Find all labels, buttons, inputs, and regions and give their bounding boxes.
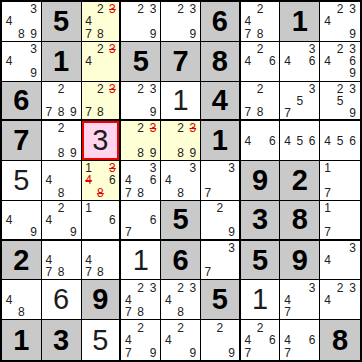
given-digit: 8 bbox=[292, 205, 308, 234]
pencil-marks: 2783 bbox=[82, 82, 120, 120]
candidate: 8 bbox=[135, 147, 147, 159]
pencil-marks: 467 bbox=[280, 320, 319, 360]
cell-r8c3[interactable]: 9 bbox=[82, 280, 122, 320]
candidate: 7 bbox=[281, 107, 293, 119]
cell-r8c6[interactable]: 5 bbox=[201, 280, 241, 320]
candidate: 4 bbox=[162, 294, 174, 306]
cell-r3c7[interactable]: 278 bbox=[241, 82, 281, 122]
cell-r6c9[interactable]: 17 bbox=[320, 201, 360, 241]
cell-r4c8[interactable]: 456 bbox=[280, 121, 320, 161]
cell-r1c9[interactable]: 2349 bbox=[320, 2, 360, 42]
candidate: 6 bbox=[306, 55, 318, 67]
cell-r8c8[interactable]: 347 bbox=[280, 280, 320, 320]
candidate: 4 bbox=[321, 135, 334, 147]
cell-r4c5[interactable]: 2893 bbox=[161, 121, 201, 161]
candidate: 2 bbox=[94, 43, 106, 55]
candidate: 3 bbox=[226, 162, 238, 174]
candidate: 4 bbox=[3, 294, 15, 306]
candidate: 3 bbox=[306, 281, 318, 293]
candidate: 9 bbox=[147, 346, 159, 359]
candidate: 7 bbox=[242, 28, 254, 40]
pencil-marks: 46 bbox=[241, 121, 280, 160]
candidate: 4 bbox=[3, 214, 15, 226]
cell-r4c3[interactable]: 3 bbox=[82, 121, 122, 161]
pencil-marks: 234 bbox=[320, 280, 360, 319]
pencil-marks: 2789 bbox=[42, 82, 81, 120]
candidate: 1 bbox=[321, 202, 334, 214]
pencil-marks: 349 bbox=[2, 42, 41, 81]
cell-r7c9[interactable]: 34 bbox=[320, 241, 360, 281]
candidate: 2 bbox=[94, 3, 106, 15]
given-digit: 9 bbox=[292, 246, 308, 275]
cell-r2c6[interactable]: 8 bbox=[201, 42, 241, 82]
candidate: 6 bbox=[306, 135, 318, 147]
candidate: 3 bbox=[187, 281, 199, 293]
candidate: 7 bbox=[122, 187, 134, 199]
cell-r3c3[interactable]: 2783 bbox=[82, 82, 122, 122]
candidate: 2 bbox=[135, 3, 147, 15]
candidate: 8 bbox=[94, 266, 106, 278]
given-digit: 3 bbox=[53, 326, 69, 355]
pencil-marks: 17 bbox=[320, 161, 360, 200]
pencil-marks: 2893 bbox=[161, 121, 200, 160]
cell-r5c7[interactable]: 9 bbox=[241, 161, 281, 201]
candidate: 7 bbox=[122, 306, 134, 318]
eliminated-candidate: 4 bbox=[83, 174, 95, 186]
solved-digit: 1 bbox=[133, 246, 149, 275]
cell-r6c6[interactable]: 29 bbox=[201, 201, 241, 241]
cell-r2c5[interactable]: 7 bbox=[161, 42, 201, 82]
candidate: 1 bbox=[321, 162, 334, 174]
candidate: 4 bbox=[3, 15, 15, 27]
cell-r7c2[interactable]: 478 bbox=[42, 241, 82, 281]
eliminated-candidate: 3 bbox=[187, 122, 199, 134]
candidate: 8 bbox=[94, 106, 106, 118]
candidate: 8 bbox=[15, 306, 27, 318]
cell-r3c9[interactable]: 2359 bbox=[320, 82, 360, 122]
candidate: 9 bbox=[67, 106, 79, 118]
candidate: 9 bbox=[187, 346, 199, 359]
given-digit: 3 bbox=[252, 205, 268, 234]
pencil-marks: 2348 bbox=[161, 280, 200, 319]
candidate: 3 bbox=[306, 83, 318, 95]
candidate: 7 bbox=[83, 266, 95, 278]
candidate: 9 bbox=[346, 28, 359, 40]
candidate: 2 bbox=[254, 43, 266, 55]
candidate: 9 bbox=[187, 147, 199, 159]
candidate: 3 bbox=[28, 3, 40, 15]
cell-r8c2[interactable]: 6 bbox=[42, 280, 82, 320]
cell-r2c9[interactable]: 23469 bbox=[320, 42, 360, 82]
candidate: 7 bbox=[202, 187, 214, 199]
candidate: 6 bbox=[266, 334, 278, 347]
candidate: 4 bbox=[242, 135, 254, 147]
given-digit: 4 bbox=[212, 86, 228, 115]
cell-r8c5[interactable]: 2348 bbox=[161, 280, 201, 320]
candidate: 2 bbox=[334, 83, 347, 95]
candidate: 9 bbox=[147, 147, 159, 159]
candidate: 6 bbox=[266, 55, 278, 67]
candidate: 4 bbox=[321, 15, 334, 27]
cell-r4c7[interactable]: 46 bbox=[241, 121, 281, 161]
candidate: 7 bbox=[202, 266, 214, 278]
candidate: 1 bbox=[83, 202, 95, 214]
pencil-marks: 289 bbox=[42, 121, 81, 160]
pencil-marks: 249 bbox=[161, 320, 200, 360]
candidate: 3 bbox=[226, 242, 238, 254]
pencil-marks: 16 bbox=[82, 201, 120, 239]
candidate: 2 bbox=[214, 321, 226, 334]
given-digit: 2 bbox=[292, 166, 308, 195]
pencil-marks: 456 bbox=[280, 121, 319, 160]
cell-r9c9[interactable]: 8 bbox=[320, 320, 360, 360]
candidate: 9 bbox=[346, 67, 359, 79]
candidate: 8 bbox=[174, 147, 186, 159]
candidate: 7 bbox=[83, 106, 95, 118]
candidate: 2 bbox=[334, 281, 347, 293]
candidate: 3 bbox=[187, 162, 199, 174]
cell-r7c3[interactable]: 478 bbox=[82, 241, 122, 281]
candidate: 8 bbox=[55, 106, 67, 118]
candidate: 4 bbox=[281, 334, 293, 347]
given-digit: 6 bbox=[13, 86, 29, 115]
given-digit: 6 bbox=[172, 246, 188, 275]
candidate: 7 bbox=[122, 226, 134, 238]
pencil-marks: 478 bbox=[42, 241, 81, 280]
given-digit: 5 bbox=[172, 205, 188, 234]
cell-r9c6[interactable]: 29 bbox=[201, 320, 241, 360]
candidate: 9 bbox=[67, 226, 79, 238]
candidate: 2 bbox=[135, 83, 147, 95]
cell-r2c7[interactable]: 246 bbox=[241, 42, 281, 82]
candidate: 4 bbox=[321, 55, 334, 67]
cell-r2c4[interactable]: 5 bbox=[121, 42, 161, 82]
eliminated-candidate: 8 bbox=[94, 187, 106, 199]
cell-r5c3[interactable]: 16348 bbox=[82, 161, 122, 201]
cell-r1c2[interactable]: 5 bbox=[42, 2, 82, 42]
cell-r5c9[interactable]: 17 bbox=[320, 161, 360, 201]
cell-r4c9[interactable]: 456 bbox=[320, 121, 360, 161]
candidate: 4 bbox=[281, 55, 293, 67]
candidate: 3 bbox=[187, 3, 199, 15]
solved-digit: 5 bbox=[92, 326, 108, 355]
candidate: 3 bbox=[346, 83, 359, 95]
cell-r8c9[interactable]: 234 bbox=[320, 280, 360, 320]
candidate: 4 bbox=[242, 15, 254, 27]
candidate: 4 bbox=[162, 334, 174, 347]
candidate: 2 bbox=[174, 122, 186, 134]
candidate: 9 bbox=[147, 28, 159, 40]
pencil-marks: 24783 bbox=[82, 2, 120, 41]
pencil-marks: 239 bbox=[121, 82, 160, 120]
candidate: 4 bbox=[281, 135, 293, 147]
pencil-marks: 49 bbox=[2, 201, 41, 239]
candidate: 6 bbox=[106, 174, 118, 186]
cell-r8c1[interactable]: 48 bbox=[2, 280, 42, 320]
candidate: 3 bbox=[346, 3, 359, 15]
cell-r3c4[interactable]: 239 bbox=[121, 82, 161, 122]
cell-r4c2[interactable]: 289 bbox=[42, 121, 82, 161]
given-digit: 9 bbox=[92, 285, 108, 314]
cell-r2c2[interactable]: 1 bbox=[42, 42, 82, 82]
given-digit: 7 bbox=[172, 47, 188, 76]
cell-r9c4[interactable]: 2479 bbox=[121, 320, 161, 360]
pencil-marks: 37 bbox=[201, 241, 239, 280]
cell-r8c4[interactable]: 23478 bbox=[121, 280, 161, 320]
candidate: 4 bbox=[43, 214, 55, 226]
given-digit: 5 bbox=[133, 47, 149, 76]
candidate: 7 bbox=[83, 28, 95, 40]
solved-digit: 1 bbox=[252, 285, 268, 314]
cell-r3c2[interactable]: 2789 bbox=[42, 82, 82, 122]
given-digit: 5 bbox=[212, 285, 228, 314]
pencil-marks: 2478 bbox=[241, 2, 280, 41]
candidate: 8 bbox=[55, 187, 67, 199]
candidate: 9 bbox=[28, 28, 40, 40]
candidate: 7 bbox=[281, 346, 293, 359]
cell-r6c8[interactable]: 8 bbox=[280, 201, 320, 241]
cell-r9c3[interactable]: 5 bbox=[82, 320, 122, 360]
cell-r1c7[interactable]: 2478 bbox=[241, 2, 281, 42]
candidate: 9 bbox=[226, 346, 238, 359]
candidate: 6 bbox=[106, 214, 118, 226]
cell-r5c2[interactable]: 48 bbox=[42, 161, 82, 201]
candidate: 8 bbox=[135, 187, 147, 199]
candidate: 9 bbox=[147, 106, 159, 118]
cell-r1c3[interactable]: 24783 bbox=[82, 2, 122, 42]
candidate: 2 bbox=[94, 83, 106, 95]
solved-digit: 6 bbox=[53, 285, 69, 314]
candidate: 3 bbox=[28, 43, 40, 55]
pencil-marks: 2349 bbox=[320, 2, 360, 41]
pencil-marks: 346 bbox=[280, 42, 319, 81]
cell-r9c8[interactable]: 467 bbox=[280, 320, 320, 360]
cell-r6c3[interactable]: 16 bbox=[82, 201, 122, 241]
cell-r1c5[interactable]: 239 bbox=[161, 2, 201, 42]
cell-r5c8[interactable]: 2 bbox=[280, 161, 320, 201]
candidate: 4 bbox=[43, 174, 55, 186]
pencil-marks: 2359 bbox=[320, 82, 360, 120]
cell-r5c1[interactable]: 5 bbox=[2, 161, 42, 201]
candidate: 8 bbox=[15, 28, 27, 40]
candidate: 9 bbox=[187, 28, 199, 40]
given-digit: 7 bbox=[13, 126, 29, 155]
pencil-marks: 348 bbox=[161, 161, 200, 200]
cell-r2c1[interactable]: 349 bbox=[2, 42, 42, 82]
candidate: 8 bbox=[135, 306, 147, 318]
candidate: 5 bbox=[334, 135, 347, 147]
pencil-marks: 249 bbox=[42, 201, 81, 239]
cell-r3c1[interactable]: 6 bbox=[2, 82, 42, 122]
candidate: 4 bbox=[83, 15, 95, 27]
pencil-marks: 239 bbox=[121, 2, 160, 41]
candidate: 2 bbox=[254, 3, 266, 15]
cell-r4c1[interactable]: 7 bbox=[2, 121, 42, 161]
candidate: 2 bbox=[55, 202, 67, 214]
pencil-marks: 23478 bbox=[121, 280, 160, 319]
cell-r7c7[interactable]: 5 bbox=[241, 241, 281, 281]
given-digit: 1 bbox=[212, 126, 228, 155]
eliminated-candidate: 3 bbox=[106, 162, 118, 174]
cell-r6c7[interactable]: 3 bbox=[241, 201, 281, 241]
candidate: 5 bbox=[294, 95, 306, 107]
candidate: 2 bbox=[174, 321, 186, 334]
pencil-marks: 347 bbox=[280, 280, 319, 319]
pencil-marks: 17 bbox=[320, 201, 360, 239]
candidate: 4 bbox=[122, 334, 134, 347]
candidate: 6 bbox=[147, 174, 159, 186]
candidate: 8 bbox=[174, 187, 186, 199]
eliminated-candidate: 3 bbox=[106, 83, 118, 95]
cell-r6c4[interactable]: 67 bbox=[121, 201, 161, 241]
pencil-marks: 48 bbox=[42, 161, 81, 200]
given-digit: 5 bbox=[53, 7, 69, 36]
candidate: 2 bbox=[55, 83, 67, 95]
candidate: 6 bbox=[346, 135, 359, 147]
solved-digit: 5 bbox=[13, 166, 29, 195]
candidate: 4 bbox=[3, 55, 15, 67]
cell-r5c4[interactable]: 34678 bbox=[121, 161, 161, 201]
solved-digit: 3 bbox=[92, 126, 108, 155]
pencil-marks: 2893 bbox=[121, 121, 160, 160]
cell-r5c5[interactable]: 348 bbox=[161, 161, 201, 201]
cell-r7c5[interactable]: 6 bbox=[161, 241, 201, 281]
pencil-marks: 278 bbox=[241, 82, 280, 120]
candidate: 2 bbox=[135, 122, 147, 134]
cell-r3c6[interactable]: 4 bbox=[201, 82, 241, 122]
candidate: 6 bbox=[266, 135, 278, 147]
candidate: 2 bbox=[174, 281, 186, 293]
candidate: 9 bbox=[28, 226, 40, 238]
cell-r7c8[interactable]: 9 bbox=[280, 241, 320, 281]
pencil-marks: 23469 bbox=[320, 42, 360, 81]
candidate: 6 bbox=[147, 214, 159, 226]
given-digit: 8 bbox=[212, 47, 228, 76]
candidate: 3 bbox=[147, 83, 159, 95]
eliminated-candidate: 3 bbox=[106, 43, 118, 55]
pencil-marks: 3489 bbox=[2, 2, 41, 41]
pencil-marks: 37 bbox=[201, 161, 239, 200]
cell-r1c6[interactable]: 6 bbox=[201, 2, 241, 42]
candidate: 9 bbox=[346, 107, 359, 119]
candidate: 7 bbox=[321, 187, 334, 199]
cell-r6c2[interactable]: 249 bbox=[42, 201, 82, 241]
cell-r9c2[interactable]: 3 bbox=[42, 320, 82, 360]
candidate: 9 bbox=[67, 147, 79, 159]
candidate: 7 bbox=[321, 226, 334, 238]
pencil-marks: 48 bbox=[2, 280, 41, 319]
given-digit: 1 bbox=[53, 47, 69, 76]
candidate: 2 bbox=[254, 321, 266, 334]
cell-r2c3[interactable]: 243 bbox=[82, 42, 122, 82]
pencil-marks: 34678 bbox=[121, 161, 160, 200]
given-digit: 2 bbox=[13, 246, 29, 275]
cell-r1c1[interactable]: 3489 bbox=[2, 2, 42, 42]
candidate: 5 bbox=[334, 95, 347, 107]
cell-r9c1[interactable]: 1 bbox=[2, 320, 42, 360]
cell-r4c6[interactable]: 1 bbox=[201, 121, 241, 161]
cell-r5c6[interactable]: 37 bbox=[201, 161, 241, 201]
candidate: 5 bbox=[294, 135, 306, 147]
candidate: 4 bbox=[122, 174, 134, 186]
cell-r2c8[interactable]: 346 bbox=[280, 42, 320, 82]
candidate: 7 bbox=[242, 346, 254, 359]
pencil-marks: 239 bbox=[161, 2, 200, 41]
candidate: 8 bbox=[254, 106, 266, 118]
cell-r3c8[interactable]: 357 bbox=[280, 82, 320, 122]
cell-r6c5[interactable]: 5 bbox=[161, 201, 201, 241]
candidate: 2 bbox=[55, 122, 67, 134]
candidate: 4 bbox=[83, 55, 95, 67]
pencil-marks: 246 bbox=[241, 42, 280, 81]
given-digit: 9 bbox=[252, 166, 268, 195]
candidate: 8 bbox=[174, 306, 186, 318]
sudoku-board: 3489524783239239624781234934912435782463… bbox=[0, 0, 362, 362]
candidate: 7 bbox=[122, 346, 134, 359]
candidate: 9 bbox=[28, 67, 40, 79]
given-digit: 6 bbox=[212, 7, 228, 36]
candidate: 8 bbox=[254, 28, 266, 40]
candidate: 4 bbox=[242, 334, 254, 347]
pencil-marks: 67 bbox=[121, 201, 160, 239]
solved-digit: 1 bbox=[172, 86, 188, 115]
candidate: 2 bbox=[214, 202, 226, 214]
given-digit: 1 bbox=[13, 326, 29, 355]
pencil-marks: 16348 bbox=[82, 161, 120, 200]
candidate: 8 bbox=[55, 266, 67, 278]
pencil-marks: 29 bbox=[201, 201, 239, 239]
given-digit: 8 bbox=[332, 326, 348, 355]
given-digit: 5 bbox=[252, 246, 268, 275]
candidate: 2 bbox=[174, 3, 186, 15]
candidate: 6 bbox=[306, 334, 318, 347]
cell-r7c1[interactable]: 2 bbox=[2, 241, 42, 281]
given-digit: 1 bbox=[292, 7, 308, 36]
candidate: 2 bbox=[135, 321, 147, 334]
cell-r3c5[interactable]: 1 bbox=[161, 82, 201, 122]
candidate: 7 bbox=[281, 306, 293, 318]
candidate: 7 bbox=[242, 106, 254, 118]
cell-r1c4[interactable]: 239 bbox=[121, 2, 161, 42]
candidate: 8 bbox=[55, 147, 67, 159]
candidate: 3 bbox=[147, 281, 159, 293]
eliminated-candidate: 3 bbox=[106, 3, 118, 15]
candidate: 4 bbox=[162, 174, 174, 186]
cell-r9c7[interactable]: 2467 bbox=[241, 320, 281, 360]
candidate: 4 bbox=[321, 254, 334, 266]
cell-r7c6[interactable]: 37 bbox=[201, 241, 241, 281]
pencil-marks: 29 bbox=[201, 320, 239, 360]
candidate: 3 bbox=[346, 242, 359, 254]
cell-r8c7[interactable]: 1 bbox=[241, 280, 281, 320]
cell-r7c4[interactable]: 1 bbox=[121, 241, 161, 281]
pencil-marks: 2479 bbox=[121, 320, 160, 360]
candidate: 2 bbox=[334, 3, 347, 15]
cell-r1c8[interactable]: 1 bbox=[280, 2, 320, 42]
candidate: 9 bbox=[226, 226, 238, 238]
candidate: 2 bbox=[334, 43, 347, 55]
cell-r9c5[interactable]: 249 bbox=[161, 320, 201, 360]
cell-r6c1[interactable]: 49 bbox=[2, 201, 42, 241]
candidate: 2 bbox=[254, 83, 266, 95]
cell-r4c4[interactable]: 2893 bbox=[121, 121, 161, 161]
candidate: 7 bbox=[43, 266, 55, 278]
pencil-marks: 2467 bbox=[241, 320, 280, 360]
eliminated-candidate: 3 bbox=[147, 122, 159, 134]
candidate: 7 bbox=[43, 106, 55, 118]
candidate: 3 bbox=[346, 281, 359, 293]
candidate: 4 bbox=[242, 55, 254, 67]
